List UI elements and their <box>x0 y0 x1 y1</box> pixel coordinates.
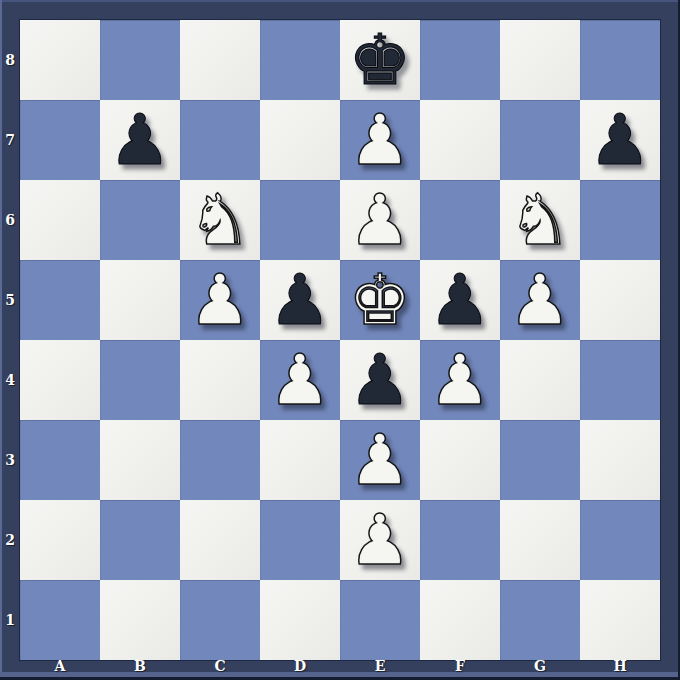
square-a1[interactable] <box>20 580 100 660</box>
square-e7[interactable]: ♟ <box>340 100 420 180</box>
rank-label-6: 6 <box>0 180 20 260</box>
file-label-d: D <box>260 658 340 674</box>
file-label-g: G <box>500 658 580 674</box>
square-c1[interactable] <box>180 580 260 660</box>
rank-label-2: 2 <box>0 500 20 580</box>
square-a8[interactable] <box>20 20 100 100</box>
square-g7[interactable] <box>500 100 580 180</box>
white-pawn-g5[interactable]: ♟ <box>500 260 580 340</box>
square-f2[interactable] <box>420 500 500 580</box>
square-e4[interactable]: ♟ <box>340 340 420 420</box>
square-d4[interactable]: ♟ <box>260 340 340 420</box>
file-label-a: A <box>20 658 100 674</box>
rank-label-7: 7 <box>0 100 20 180</box>
rank-label-3: 3 <box>0 420 20 500</box>
square-f7[interactable] <box>420 100 500 180</box>
white-knight-g6[interactable]: ♞ <box>500 180 580 260</box>
square-e8[interactable]: ♚ <box>340 20 420 100</box>
square-e6[interactable]: ♟ <box>340 180 420 260</box>
square-d2[interactable] <box>260 500 340 580</box>
square-d6[interactable] <box>260 180 340 260</box>
square-c5[interactable]: ♟ <box>180 260 260 340</box>
square-e5[interactable]: ♚ <box>340 260 420 340</box>
square-h5[interactable] <box>580 260 660 340</box>
square-f4[interactable]: ♟ <box>420 340 500 420</box>
square-g8[interactable] <box>500 20 580 100</box>
black-pawn-e4[interactable]: ♟ <box>340 340 420 420</box>
white-king-e5[interactable]: ♚ <box>340 260 420 340</box>
black-pawn-f5[interactable]: ♟ <box>420 260 500 340</box>
black-pawn-d5[interactable]: ♟ <box>260 260 340 340</box>
file-label-f: F <box>420 658 500 674</box>
file-label-e: E <box>340 658 420 674</box>
square-h1[interactable] <box>580 580 660 660</box>
white-knight-c6[interactable]: ♞ <box>180 180 260 260</box>
square-h4[interactable] <box>580 340 660 420</box>
square-g5[interactable]: ♟ <box>500 260 580 340</box>
white-pawn-f4[interactable]: ♟ <box>420 340 500 420</box>
square-b8[interactable] <box>100 20 180 100</box>
square-g6[interactable]: ♞ <box>500 180 580 260</box>
square-f5[interactable]: ♟ <box>420 260 500 340</box>
square-d8[interactable] <box>260 20 340 100</box>
square-c8[interactable] <box>180 20 260 100</box>
square-d7[interactable] <box>260 100 340 180</box>
square-b7[interactable]: ♟ <box>100 100 180 180</box>
square-b5[interactable] <box>100 260 180 340</box>
black-king-e8[interactable]: ♚ <box>340 20 420 100</box>
chess-board-frame: ♚♟♟♟♞♟♞♟♟♚♟♟♟♟♟♟♟ 87654321 ABCDEFGH <box>0 0 680 680</box>
white-pawn-d4[interactable]: ♟ <box>260 340 340 420</box>
square-a4[interactable] <box>20 340 100 420</box>
square-h2[interactable] <box>580 500 660 580</box>
square-a5[interactable] <box>20 260 100 340</box>
square-b6[interactable] <box>100 180 180 260</box>
square-e3[interactable]: ♟ <box>340 420 420 500</box>
square-a3[interactable] <box>20 420 100 500</box>
square-f6[interactable] <box>420 180 500 260</box>
white-pawn-e7[interactable]: ♟ <box>340 100 420 180</box>
square-h8[interactable] <box>580 20 660 100</box>
square-a6[interactable] <box>20 180 100 260</box>
square-c6[interactable]: ♞ <box>180 180 260 260</box>
square-g3[interactable] <box>500 420 580 500</box>
square-f1[interactable] <box>420 580 500 660</box>
square-g2[interactable] <box>500 500 580 580</box>
square-d1[interactable] <box>260 580 340 660</box>
white-pawn-c5[interactable]: ♟ <box>180 260 260 340</box>
rank-label-5: 5 <box>0 260 20 340</box>
file-label-h: H <box>580 658 660 674</box>
square-e2[interactable]: ♟ <box>340 500 420 580</box>
square-b4[interactable] <box>100 340 180 420</box>
square-b1[interactable] <box>100 580 180 660</box>
chess-board: ♚♟♟♟♞♟♞♟♟♚♟♟♟♟♟♟♟ <box>20 20 660 660</box>
square-b3[interactable] <box>100 420 180 500</box>
file-label-c: C <box>180 658 260 674</box>
square-c3[interactable] <box>180 420 260 500</box>
square-f8[interactable] <box>420 20 500 100</box>
rank-label-8: 8 <box>0 20 20 100</box>
square-d5[interactable]: ♟ <box>260 260 340 340</box>
rank-label-4: 4 <box>0 340 20 420</box>
square-b2[interactable] <box>100 500 180 580</box>
black-pawn-b7[interactable]: ♟ <box>100 100 180 180</box>
square-c2[interactable] <box>180 500 260 580</box>
square-f3[interactable] <box>420 420 500 500</box>
white-pawn-e2[interactable]: ♟ <box>340 500 420 580</box>
square-h3[interactable] <box>580 420 660 500</box>
square-e1[interactable] <box>340 580 420 660</box>
square-c4[interactable] <box>180 340 260 420</box>
black-pawn-h7[interactable]: ♟ <box>580 100 660 180</box>
square-c7[interactable] <box>180 100 260 180</box>
square-a2[interactable] <box>20 500 100 580</box>
square-h6[interactable] <box>580 180 660 260</box>
square-g1[interactable] <box>500 580 580 660</box>
square-g4[interactable] <box>500 340 580 420</box>
square-d3[interactable] <box>260 420 340 500</box>
rank-label-1: 1 <box>0 580 20 660</box>
square-a7[interactable] <box>20 100 100 180</box>
file-label-b: B <box>100 658 180 674</box>
white-pawn-e3[interactable]: ♟ <box>340 420 420 500</box>
square-h7[interactable]: ♟ <box>580 100 660 180</box>
white-pawn-e6[interactable]: ♟ <box>340 180 420 260</box>
